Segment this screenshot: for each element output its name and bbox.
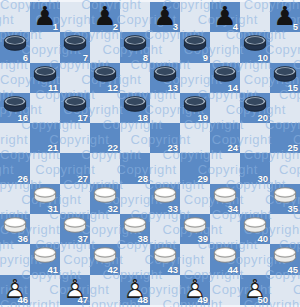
light-square bbox=[240, 184, 270, 214]
light-square bbox=[210, 214, 240, 244]
light-square bbox=[150, 153, 180, 183]
light-square bbox=[120, 184, 150, 214]
square-11[interactable]: 11 bbox=[30, 63, 60, 93]
board-area: ♟1♟2♟3♟4♟5678910111213141516171819202122… bbox=[0, 2, 300, 305]
square-24[interactable]: 24 bbox=[210, 123, 240, 153]
light-square bbox=[210, 153, 240, 183]
square-21[interactable]: 21 bbox=[30, 123, 60, 153]
black-man-piece[interactable] bbox=[210, 63, 240, 93]
square-3[interactable]: ♟3 bbox=[150, 2, 180, 32]
black-man-piece[interactable] bbox=[180, 93, 210, 123]
square-32[interactable]: 32 bbox=[90, 184, 120, 214]
light-square bbox=[180, 244, 210, 274]
white-pawn-piece[interactable]: ♟♙ bbox=[0, 275, 30, 305]
light-square bbox=[150, 275, 180, 305]
black-pawn-piece[interactable]: ♟ bbox=[150, 2, 180, 32]
black-man-piece[interactable] bbox=[240, 32, 270, 62]
white-pawn-piece[interactable]: ♟♙ bbox=[120, 275, 150, 305]
square-45[interactable]: 45 bbox=[270, 244, 300, 274]
square-19[interactable]: 19 bbox=[180, 93, 210, 123]
square-33[interactable]: 33 bbox=[150, 184, 180, 214]
square-27[interactable]: 27 bbox=[60, 153, 90, 183]
square-number: 22 bbox=[107, 142, 118, 153]
black-man-piece[interactable] bbox=[150, 63, 180, 93]
square-37[interactable]: 37 bbox=[60, 214, 90, 244]
square-13[interactable]: 13 bbox=[150, 63, 180, 93]
white-man-piece[interactable] bbox=[210, 244, 240, 274]
square-40[interactable]: 40 bbox=[240, 214, 270, 244]
light-square bbox=[0, 2, 30, 32]
white-man-piece[interactable] bbox=[120, 214, 150, 244]
square-number: 25 bbox=[287, 142, 298, 153]
square-10[interactable]: 10 bbox=[240, 32, 270, 62]
white-man-piece[interactable] bbox=[60, 214, 90, 244]
light-square bbox=[30, 93, 60, 123]
light-square bbox=[60, 2, 90, 32]
light-square bbox=[0, 244, 30, 274]
light-square bbox=[240, 2, 270, 32]
square-6[interactable]: 6 bbox=[0, 32, 30, 62]
light-square bbox=[210, 275, 240, 305]
white-man-piece[interactable] bbox=[150, 244, 180, 274]
light-square bbox=[270, 32, 300, 62]
square-26[interactable]: 26 bbox=[0, 153, 30, 183]
square-34[interactable]: 34 bbox=[210, 184, 240, 214]
light-square bbox=[180, 2, 210, 32]
white-man-piece[interactable] bbox=[90, 244, 120, 274]
black-man-piece[interactable] bbox=[120, 32, 150, 62]
light-square bbox=[180, 123, 210, 153]
light-square bbox=[0, 123, 30, 153]
white-man-piece[interactable] bbox=[0, 214, 30, 244]
light-square bbox=[60, 63, 90, 93]
light-square bbox=[270, 275, 300, 305]
square-38[interactable]: 38 bbox=[120, 214, 150, 244]
light-square bbox=[30, 275, 60, 305]
square-number: 30 bbox=[257, 173, 268, 184]
square-14[interactable]: 14 bbox=[210, 63, 240, 93]
white-man-piece[interactable] bbox=[210, 184, 240, 214]
square-31[interactable]: 31 bbox=[30, 184, 60, 214]
light-square bbox=[90, 93, 120, 123]
square-12[interactable]: 12 bbox=[90, 63, 120, 93]
light-square bbox=[120, 2, 150, 32]
light-square bbox=[270, 93, 300, 123]
square-17[interactable]: 17 bbox=[60, 93, 90, 123]
light-square bbox=[60, 184, 90, 214]
square-41[interactable]: 41 bbox=[30, 244, 60, 274]
light-square bbox=[0, 184, 30, 214]
black-man-piece[interactable] bbox=[0, 93, 30, 123]
square-50[interactable]: ♟♙50 bbox=[240, 275, 270, 305]
black-man-piece[interactable] bbox=[30, 63, 60, 93]
light-square bbox=[180, 184, 210, 214]
square-8[interactable]: 8 bbox=[120, 32, 150, 62]
square-29[interactable]: 29 bbox=[180, 153, 210, 183]
square-number: 23 bbox=[167, 142, 178, 153]
square-number: 24 bbox=[227, 142, 238, 153]
light-square bbox=[150, 32, 180, 62]
light-square bbox=[120, 123, 150, 153]
white-pawn-piece[interactable]: ♟♙ bbox=[240, 275, 270, 305]
light-square bbox=[0, 63, 30, 93]
square-9[interactable]: 9 bbox=[180, 32, 210, 62]
square-44[interactable]: 44 bbox=[210, 244, 240, 274]
black-man-piece[interactable] bbox=[60, 32, 90, 62]
square-20[interactable]: 20 bbox=[240, 93, 270, 123]
square-42[interactable]: 42 bbox=[90, 244, 120, 274]
light-square bbox=[120, 244, 150, 274]
white-pawn-piece[interactable]: ♟♙ bbox=[180, 275, 210, 305]
square-number: 28 bbox=[137, 173, 148, 184]
square-43[interactable]: 43 bbox=[150, 244, 180, 274]
white-man-piece[interactable] bbox=[180, 214, 210, 244]
square-number: 27 bbox=[77, 173, 88, 184]
draughts-board: ♟1♟2♟3♟4♟5678910111213141516171819202122… bbox=[0, 2, 300, 305]
black-man-piece[interactable] bbox=[0, 32, 30, 62]
square-46[interactable]: ♟♙46 bbox=[0, 275, 30, 305]
light-square bbox=[150, 214, 180, 244]
square-18[interactable]: 18 bbox=[120, 93, 150, 123]
black-man-piece[interactable] bbox=[60, 93, 90, 123]
square-number: 21 bbox=[47, 142, 58, 153]
white-man-piece[interactable] bbox=[240, 214, 270, 244]
square-number: 26 bbox=[17, 173, 28, 184]
light-square bbox=[30, 214, 60, 244]
square-16[interactable]: 16 bbox=[0, 93, 30, 123]
light-square bbox=[120, 63, 150, 93]
white-man-piece[interactable] bbox=[90, 184, 120, 214]
square-30[interactable]: 30 bbox=[240, 153, 270, 183]
square-23[interactable]: 23 bbox=[150, 123, 180, 153]
light-square bbox=[60, 244, 90, 274]
black-pawn-piece[interactable]: ♟ bbox=[90, 2, 120, 32]
black-man-piece[interactable] bbox=[90, 63, 120, 93]
light-square bbox=[60, 123, 90, 153]
light-square bbox=[270, 214, 300, 244]
square-5[interactable]: ♟5 bbox=[270, 2, 300, 32]
square-7[interactable]: 7 bbox=[60, 32, 90, 62]
square-22[interactable]: 22 bbox=[90, 123, 120, 153]
light-square bbox=[180, 63, 210, 93]
white-pawn-piece[interactable]: ♟♙ bbox=[60, 275, 90, 305]
square-15[interactable]: 15 bbox=[270, 63, 300, 93]
square-39[interactable]: 39 bbox=[180, 214, 210, 244]
black-man-piece[interactable] bbox=[240, 93, 270, 123]
light-square bbox=[30, 32, 60, 62]
white-man-piece[interactable] bbox=[270, 244, 300, 274]
light-square bbox=[90, 32, 120, 62]
square-35[interactable]: 35 bbox=[270, 184, 300, 214]
light-square bbox=[90, 153, 120, 183]
square-47[interactable]: ♟♙47 bbox=[60, 275, 90, 305]
light-square bbox=[210, 93, 240, 123]
square-number: 29 bbox=[197, 173, 208, 184]
square-2[interactable]: ♟2 bbox=[90, 2, 120, 32]
black-man-piece[interactable] bbox=[180, 32, 210, 62]
light-square bbox=[270, 153, 300, 183]
white-man-piece[interactable] bbox=[270, 184, 300, 214]
black-man-piece[interactable] bbox=[270, 63, 300, 93]
light-square bbox=[240, 244, 270, 274]
black-pawn-piece[interactable]: ♟ bbox=[30, 2, 60, 32]
square-25[interactable]: 25 bbox=[270, 123, 300, 153]
square-49[interactable]: ♟♙49 bbox=[180, 275, 210, 305]
square-1[interactable]: ♟1 bbox=[30, 2, 60, 32]
light-square bbox=[90, 214, 120, 244]
light-square bbox=[240, 123, 270, 153]
light-square bbox=[90, 275, 120, 305]
square-48[interactable]: ♟♙48 bbox=[120, 275, 150, 305]
white-man-piece[interactable] bbox=[30, 244, 60, 274]
black-man-piece[interactable] bbox=[120, 93, 150, 123]
light-square bbox=[240, 63, 270, 93]
square-36[interactable]: 36 bbox=[0, 214, 30, 244]
light-square bbox=[210, 32, 240, 62]
square-28[interactable]: 28 bbox=[120, 153, 150, 183]
light-square bbox=[150, 93, 180, 123]
square-4[interactable]: ♟4 bbox=[210, 2, 240, 32]
black-pawn-piece[interactable]: ♟ bbox=[210, 2, 240, 32]
black-pawn-piece[interactable]: ♟ bbox=[270, 2, 300, 32]
light-square bbox=[30, 153, 60, 183]
white-man-piece[interactable] bbox=[30, 184, 60, 214]
white-man-piece[interactable] bbox=[150, 184, 180, 214]
